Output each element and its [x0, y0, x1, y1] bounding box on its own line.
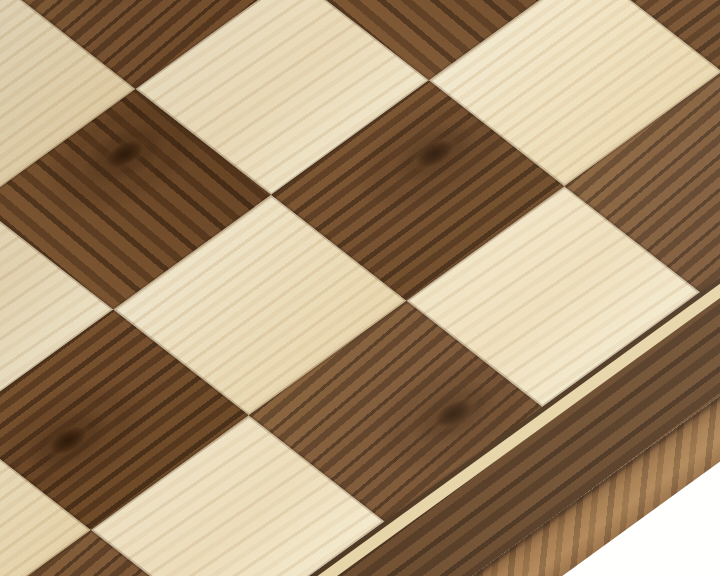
chess-board — [0, 0, 720, 576]
board-photo — [0, 0, 720, 576]
board-perspective-wrapper — [0, 0, 720, 576]
